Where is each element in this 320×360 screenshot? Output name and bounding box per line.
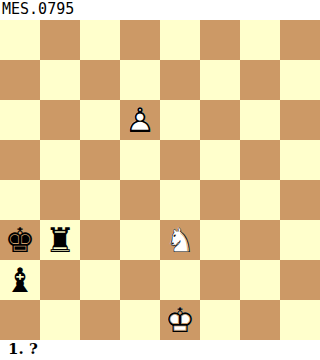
square-d3[interactable] xyxy=(120,220,160,260)
white-pawn[interactable]: ♟♙ xyxy=(120,100,160,140)
square-h6[interactable] xyxy=(280,100,320,140)
square-e8[interactable] xyxy=(160,20,200,60)
white-king-glyph: ♔ xyxy=(160,300,200,340)
square-f2[interactable] xyxy=(200,260,240,300)
square-g2[interactable] xyxy=(240,260,280,300)
chess-board[interactable]: ♟♙♚♜♞♘♝♚♔ xyxy=(0,20,320,340)
square-h8[interactable] xyxy=(280,20,320,60)
square-d6[interactable]: ♟♙ xyxy=(120,100,160,140)
square-f4[interactable] xyxy=(200,180,240,220)
square-g7[interactable] xyxy=(240,60,280,100)
square-d1[interactable] xyxy=(120,300,160,340)
square-b2[interactable] xyxy=(40,260,80,300)
square-g1[interactable] xyxy=(240,300,280,340)
square-e3[interactable]: ♞♘ xyxy=(160,220,200,260)
square-f5[interactable] xyxy=(200,140,240,180)
square-b5[interactable] xyxy=(40,140,80,180)
square-f6[interactable] xyxy=(200,100,240,140)
square-f3[interactable] xyxy=(200,220,240,260)
square-d7[interactable] xyxy=(120,60,160,100)
square-c6[interactable] xyxy=(80,100,120,140)
square-e4[interactable] xyxy=(160,180,200,220)
move-prompt: 1. ? xyxy=(0,340,320,360)
square-g3[interactable] xyxy=(240,220,280,260)
white-pawn-glyph: ♙ xyxy=(120,100,160,140)
chess-puzzle-window: MES.0795 ♟♙♚♜♞♘♝♚♔ 1. ? xyxy=(0,0,320,360)
square-h7[interactable] xyxy=(280,60,320,100)
square-f1[interactable] xyxy=(200,300,240,340)
square-a6[interactable] xyxy=(0,100,40,140)
square-f7[interactable] xyxy=(200,60,240,100)
square-e7[interactable] xyxy=(160,60,200,100)
square-b3[interactable]: ♜ xyxy=(40,220,80,260)
square-e2[interactable] xyxy=(160,260,200,300)
square-g5[interactable] xyxy=(240,140,280,180)
square-a4[interactable] xyxy=(0,180,40,220)
white-king[interactable]: ♚♔ xyxy=(160,300,200,340)
square-c8[interactable] xyxy=(80,20,120,60)
square-d2[interactable] xyxy=(120,260,160,300)
square-c4[interactable] xyxy=(80,180,120,220)
black-bishop[interactable]: ♝ xyxy=(0,260,40,300)
square-c3[interactable] xyxy=(80,220,120,260)
square-b7[interactable] xyxy=(40,60,80,100)
square-d5[interactable] xyxy=(120,140,160,180)
square-c7[interactable] xyxy=(80,60,120,100)
square-c2[interactable] xyxy=(80,260,120,300)
square-g4[interactable] xyxy=(240,180,280,220)
square-a2[interactable]: ♝ xyxy=(0,260,40,300)
square-c1[interactable] xyxy=(80,300,120,340)
square-e5[interactable] xyxy=(160,140,200,180)
square-h2[interactable] xyxy=(280,260,320,300)
black-king[interactable]: ♚ xyxy=(0,220,40,260)
square-g8[interactable] xyxy=(240,20,280,60)
square-a3[interactable]: ♚ xyxy=(0,220,40,260)
square-d8[interactable] xyxy=(120,20,160,60)
black-rook-glyph: ♜ xyxy=(40,220,80,260)
square-a5[interactable] xyxy=(0,140,40,180)
white-knight[interactable]: ♞♘ xyxy=(160,220,200,260)
square-b1[interactable] xyxy=(40,300,80,340)
square-h1[interactable] xyxy=(280,300,320,340)
square-h5[interactable] xyxy=(280,140,320,180)
square-h4[interactable] xyxy=(280,180,320,220)
square-e1[interactable]: ♚♔ xyxy=(160,300,200,340)
square-c5[interactable] xyxy=(80,140,120,180)
black-king-glyph: ♚ xyxy=(0,220,40,260)
square-e6[interactable] xyxy=(160,100,200,140)
black-bishop-glyph: ♝ xyxy=(0,260,40,300)
square-b6[interactable] xyxy=(40,100,80,140)
square-g6[interactable] xyxy=(240,100,280,140)
square-a7[interactable] xyxy=(0,60,40,100)
square-f8[interactable] xyxy=(200,20,240,60)
square-a8[interactable] xyxy=(0,20,40,60)
square-a1[interactable] xyxy=(0,300,40,340)
square-b8[interactable] xyxy=(40,20,80,60)
black-rook[interactable]: ♜ xyxy=(40,220,80,260)
square-b4[interactable] xyxy=(40,180,80,220)
puzzle-id-title: MES.0795 xyxy=(0,0,320,20)
white-knight-glyph: ♘ xyxy=(160,220,200,260)
square-h3[interactable] xyxy=(280,220,320,260)
square-d4[interactable] xyxy=(120,180,160,220)
